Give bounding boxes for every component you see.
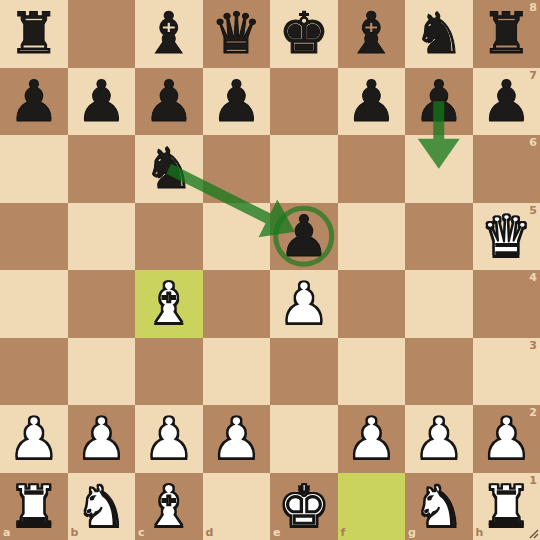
piece-black-knight[interactable]: ♞ [413,0,464,67]
square-f7[interactable]: ♟ [338,68,406,136]
square-b2[interactable]: ♟ [68,405,136,473]
square-g8[interactable]: ♞ [405,0,473,68]
square-e8[interactable]: ♚ [270,0,338,68]
piece-black-rook[interactable]: ♜ [481,0,532,67]
square-c5[interactable] [135,203,203,271]
piece-white-pawn[interactable]: ♟ [481,405,532,472]
square-f4[interactable] [338,270,406,338]
piece-white-pawn[interactable]: ♟ [8,405,59,472]
rank-label-8: 8 [529,1,537,14]
piece-black-queen[interactable]: ♛ [211,0,262,67]
square-g4[interactable] [405,270,473,338]
piece-black-rook[interactable]: ♜ [8,0,59,67]
square-c6[interactable]: ♞ [135,135,203,203]
piece-white-pawn[interactable]: ♟ [143,405,194,472]
square-g5[interactable] [405,203,473,271]
square-c3[interactable] [135,338,203,406]
square-a6[interactable] [0,135,68,203]
file-label-g: g [408,526,416,539]
square-a2[interactable]: ♟ [0,405,68,473]
rank-label-2: 2 [529,406,537,419]
square-d2[interactable]: ♟ [203,405,271,473]
file-label-h: h [476,526,484,539]
piece-black-bishop[interactable]: ♝ [346,0,397,67]
square-g7[interactable]: ♟ [405,68,473,136]
piece-black-pawn[interactable]: ♟ [143,68,194,135]
file-label-d: d [206,526,214,539]
square-b7[interactable]: ♟ [68,68,136,136]
square-f3[interactable] [338,338,406,406]
piece-black-pawn[interactable]: ♟ [413,68,464,135]
square-b6[interactable] [68,135,136,203]
piece-white-queen[interactable]: ♛ [481,203,532,270]
square-e4[interactable]: ♟ [270,270,338,338]
rank-label-6: 6 [529,136,537,149]
square-e3[interactable] [270,338,338,406]
square-b4[interactable] [68,270,136,338]
square-c1[interactable]: ♝ [135,473,203,540]
square-d8[interactable]: ♛ [203,0,271,68]
rank-label-5: 5 [529,204,537,217]
piece-white-knight[interactable]: ♞ [76,473,127,540]
square-f1[interactable] [338,473,406,540]
rank-label-3: 3 [529,339,537,352]
square-a4[interactable] [0,270,68,338]
board-resize-handle-icon[interactable] [527,527,539,539]
square-f2[interactable]: ♟ [338,405,406,473]
piece-black-pawn[interactable]: ♟ [346,68,397,135]
square-d3[interactable] [203,338,271,406]
file-label-c: c [138,526,145,539]
square-c2[interactable]: ♟ [135,405,203,473]
piece-black-pawn[interactable]: ♟ [278,203,329,270]
square-f6[interactable] [338,135,406,203]
piece-black-bishop[interactable]: ♝ [143,0,194,67]
square-e5[interactable]: ♟ [270,203,338,271]
square-d7[interactable]: ♟ [203,68,271,136]
file-label-a: a [3,526,10,539]
square-g2[interactable]: ♟ [405,405,473,473]
square-e6[interactable] [270,135,338,203]
file-label-e: e [273,526,280,539]
square-c4[interactable]: ♝ [135,270,203,338]
rank-label-4: 4 [529,271,537,284]
square-e2[interactable] [270,405,338,473]
file-label-f: f [341,526,346,539]
piece-white-bishop[interactable]: ♝ [143,473,194,540]
rank-label-7: 7 [529,69,537,82]
square-d5[interactable] [203,203,271,271]
piece-white-knight[interactable]: ♞ [413,473,464,540]
piece-black-pawn[interactable]: ♟ [211,68,262,135]
piece-white-pawn[interactable]: ♟ [211,405,262,472]
square-d4[interactable] [203,270,271,338]
square-d6[interactable] [203,135,271,203]
square-b3[interactable] [68,338,136,406]
square-c8[interactable]: ♝ [135,0,203,68]
rank-label-1: 1 [529,474,537,487]
piece-white-pawn[interactable]: ♟ [76,405,127,472]
piece-black-pawn[interactable]: ♟ [8,68,59,135]
file-label-b: b [71,526,79,539]
piece-black-king[interactable]: ♚ [278,0,329,67]
piece-black-pawn[interactable]: ♟ [481,68,532,135]
square-f8[interactable]: ♝ [338,0,406,68]
square-b5[interactable] [68,203,136,271]
piece-white-bishop[interactable]: ♝ [143,270,194,337]
square-g3[interactable] [405,338,473,406]
square-a8[interactable]: ♜ [0,0,68,68]
piece-white-rook[interactable]: ♜ [481,473,532,540]
piece-white-king[interactable]: ♚ [278,473,329,540]
piece-white-pawn[interactable]: ♟ [413,405,464,472]
square-a7[interactable]: ♟ [0,68,68,136]
piece-white-pawn[interactable]: ♟ [278,270,329,337]
piece-white-rook[interactable]: ♜ [8,473,59,540]
square-e7[interactable] [270,68,338,136]
square-b8[interactable] [68,0,136,68]
piece-white-pawn[interactable]: ♟ [346,405,397,472]
square-f5[interactable] [338,203,406,271]
chess-board: ♜♝♛♚♝♞♜♟♟♟♟♟♟♟♞♟♛♝♟♟♟♟♟♟♟♟♜♞♝♚♞♜87654321… [0,0,540,540]
square-g6[interactable] [405,135,473,203]
square-a3[interactable] [0,338,68,406]
square-c7[interactable]: ♟ [135,68,203,136]
square-a5[interactable] [0,203,68,271]
piece-black-pawn[interactable]: ♟ [76,68,127,135]
piece-black-knight[interactable]: ♞ [143,135,194,202]
